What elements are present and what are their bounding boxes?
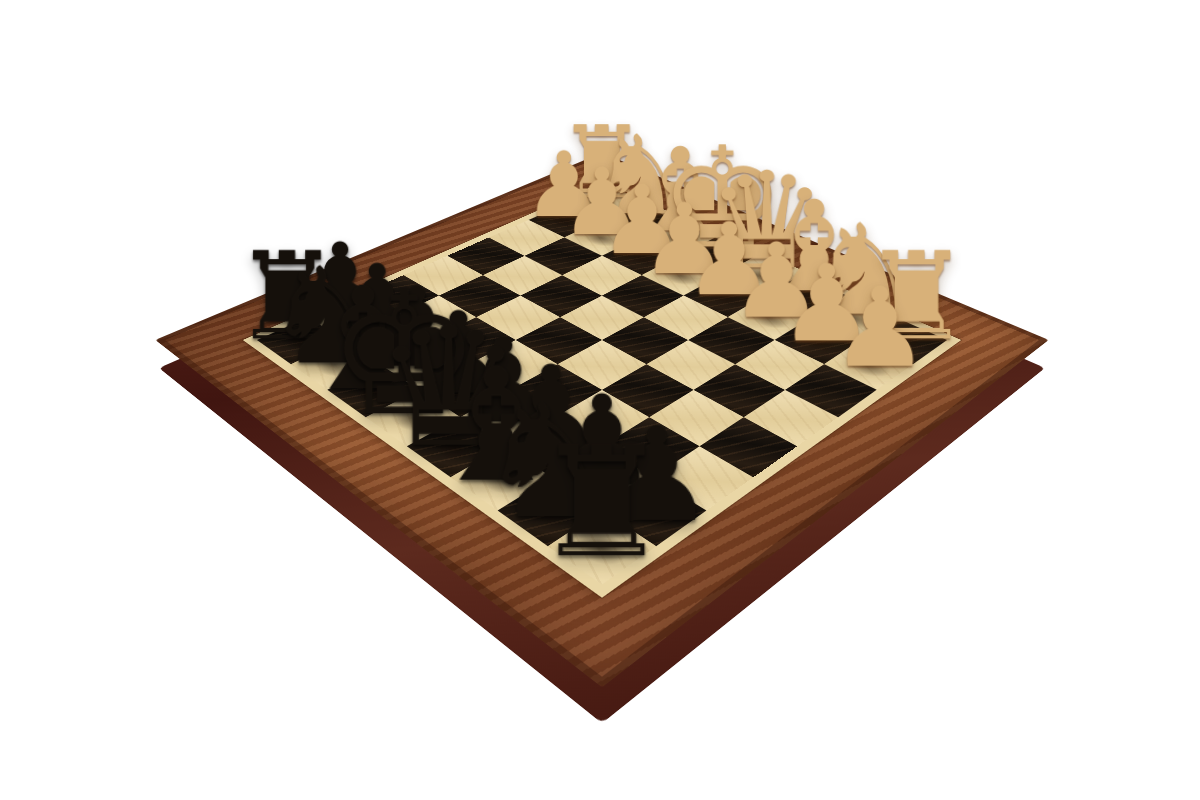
chess-board: ♜♞♝♚♛♝♞♜♟♟♟♟♟♟♟♟♟♟♟♟♟♟♟♟♜♞♝♚♛♝♞♜ <box>155 153 1049 688</box>
square-a8: ♜ <box>548 511 656 585</box>
square-a2: ♟ <box>824 340 913 390</box>
product-photo-scene: ♜♞♝♚♛♝♞♜♟♟♟♟♟♟♟♟♟♟♟♟♟♟♟♟♜♞♝♚♛♝♞♜ <box>0 0 1200 800</box>
piece-white-pawn-a2: ♟ <box>794 273 966 383</box>
piece-black-rook-a8: ♜ <box>496 425 707 578</box>
